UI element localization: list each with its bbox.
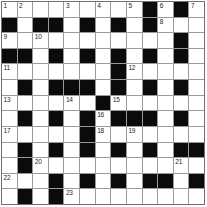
cell-r5c3[interactable] xyxy=(33,64,48,79)
cell-r9c9[interactable]: 19 xyxy=(127,127,142,142)
black-cell xyxy=(189,174,204,189)
black-cell xyxy=(143,80,158,95)
cell-r13c11[interactable] xyxy=(158,189,173,204)
cell-r6c13[interactable] xyxy=(189,80,204,95)
cell-r1c11[interactable]: 6 xyxy=(158,2,173,17)
cell-r9c10[interactable] xyxy=(143,127,158,142)
cell-r13c5[interactable]: 23 xyxy=(64,189,79,204)
cell-r11c12[interactable]: 21 xyxy=(174,158,189,173)
cell-r12c12[interactable] xyxy=(174,174,189,189)
clue-number: 10 xyxy=(35,33,42,41)
cell-r12c9[interactable] xyxy=(127,174,142,189)
black-cell xyxy=(18,189,33,204)
clue-number: 13 xyxy=(4,96,11,104)
cell-r1c3[interactable] xyxy=(33,2,48,17)
clue-number: 20 xyxy=(35,158,42,166)
cell-r2c7[interactable] xyxy=(96,18,111,33)
cell-r13c6[interactable] xyxy=(80,189,95,204)
cell-r2c11[interactable]: 8 xyxy=(158,18,173,33)
cell-r12c7[interactable] xyxy=(96,174,111,189)
clue-number: 3 xyxy=(66,2,69,10)
cell-r4c11[interactable] xyxy=(158,49,173,64)
cell-r7c6[interactable] xyxy=(80,96,95,111)
cell-r1c2[interactable]: 2 xyxy=(18,2,33,17)
cell-r3c1[interactable]: 9 xyxy=(2,33,17,48)
black-cell xyxy=(111,49,126,64)
cell-r7c13[interactable] xyxy=(189,96,204,111)
cell-r3c5[interactable] xyxy=(64,33,79,48)
cell-r4c9[interactable] xyxy=(127,49,142,64)
clue-number: 21 xyxy=(175,158,182,166)
cell-r6c9[interactable] xyxy=(127,80,142,95)
black-cell xyxy=(143,18,158,33)
cell-r13c10[interactable] xyxy=(143,189,158,204)
cell-r13c12[interactable] xyxy=(174,189,189,204)
cell-r10c11[interactable] xyxy=(158,143,173,158)
cell-r4c3[interactable] xyxy=(33,49,48,64)
black-cell xyxy=(174,80,189,95)
cell-r11c10[interactable] xyxy=(143,158,158,173)
black-cell xyxy=(49,80,64,95)
black-cell xyxy=(111,18,126,33)
black-cell xyxy=(174,2,189,17)
black-cell xyxy=(80,80,95,95)
clue-number: 4 xyxy=(97,2,100,10)
cell-r11c6[interactable] xyxy=(80,158,95,173)
black-cell xyxy=(143,174,158,189)
cell-r6c11[interactable] xyxy=(158,80,173,95)
cell-r7c5[interactable]: 14 xyxy=(64,96,79,111)
cell-r3c10[interactable] xyxy=(143,33,158,48)
cell-r7c2[interactable] xyxy=(18,96,33,111)
cell-r4c13[interactable] xyxy=(189,49,204,64)
cell-r7c9[interactable] xyxy=(127,96,142,111)
cell-r7c1[interactable]: 13 xyxy=(2,96,17,111)
cell-r2c9[interactable] xyxy=(127,18,142,33)
cell-r5c1[interactable]: 11 xyxy=(2,64,17,79)
black-cell xyxy=(2,18,17,33)
cell-r8c3[interactable] xyxy=(33,111,48,126)
black-cell xyxy=(33,18,48,33)
cell-r3c8[interactable] xyxy=(111,33,126,48)
cell-r11c13[interactable] xyxy=(189,158,204,173)
cell-r8c1[interactable] xyxy=(2,111,17,126)
black-cell xyxy=(18,111,33,126)
cell-r3c4[interactable] xyxy=(49,33,64,48)
cell-r9c11[interactable] xyxy=(158,127,173,142)
cell-r11c4[interactable] xyxy=(49,158,64,173)
black-cell xyxy=(49,143,64,158)
cell-r2c2[interactable] xyxy=(18,18,33,33)
black-cell xyxy=(2,49,17,64)
clue-number: 16 xyxy=(97,111,104,119)
cell-r2c5[interactable] xyxy=(64,18,79,33)
cell-r11c8[interactable] xyxy=(111,158,126,173)
black-cell xyxy=(80,174,95,189)
black-cell xyxy=(49,111,64,126)
cell-r5c9[interactable]: 12 xyxy=(127,64,142,79)
cell-r9c2[interactable] xyxy=(18,127,33,142)
clue-number: 22 xyxy=(4,174,11,182)
black-cell xyxy=(80,49,95,64)
black-cell xyxy=(174,49,189,64)
cell-r9c4[interactable] xyxy=(49,127,64,142)
clue-number: 5 xyxy=(128,2,131,10)
black-cell xyxy=(111,143,126,158)
clue-number: 9 xyxy=(4,33,7,41)
black-cell xyxy=(143,49,158,64)
cell-r7c12[interactable] xyxy=(174,96,189,111)
cell-r5c11[interactable] xyxy=(158,64,173,79)
cell-r13c1[interactable] xyxy=(2,189,17,204)
cell-r7c4[interactable] xyxy=(49,96,64,111)
cell-r3c6[interactable] xyxy=(80,33,95,48)
black-cell xyxy=(158,174,173,189)
cell-r12c5[interactable] xyxy=(64,174,79,189)
cell-r6c7[interactable] xyxy=(96,80,111,95)
cell-r6c1[interactable] xyxy=(2,80,17,95)
cell-r3c7[interactable] xyxy=(96,33,111,48)
cell-r1c1[interactable]: 1 xyxy=(2,2,17,17)
cell-r7c10[interactable] xyxy=(143,96,158,111)
clue-number: 12 xyxy=(128,64,135,72)
cell-r11c3[interactable]: 20 xyxy=(33,158,48,173)
cell-r3c2[interactable] xyxy=(18,33,33,48)
cell-r9c1[interactable]: 17 xyxy=(2,127,17,142)
clue-number: 11 xyxy=(4,64,10,72)
black-cell xyxy=(80,127,95,142)
cell-r5c4[interactable] xyxy=(49,64,64,79)
cell-r5c2[interactable] xyxy=(18,64,33,79)
cell-r3c9[interactable] xyxy=(127,33,142,48)
black-cell xyxy=(143,2,158,17)
cell-r11c5[interactable] xyxy=(64,158,79,173)
black-cell xyxy=(96,96,111,111)
clue-number: 14 xyxy=(66,96,73,104)
cell-r4c7[interactable] xyxy=(96,49,111,64)
cell-r8c11[interactable] xyxy=(158,111,173,126)
cell-r9c8[interactable] xyxy=(111,127,126,142)
cell-r3c13[interactable] xyxy=(189,33,204,48)
cell-r5c13[interactable] xyxy=(189,64,204,79)
cell-r5c12[interactable] xyxy=(174,64,189,79)
black-cell xyxy=(111,80,126,95)
cell-r2c13[interactable] xyxy=(189,18,204,33)
black-cell xyxy=(111,174,126,189)
cell-r7c3[interactable] xyxy=(33,96,48,111)
clue-number: 7 xyxy=(191,2,194,10)
cell-r1c4[interactable] xyxy=(49,2,64,17)
cell-r1c5[interactable]: 3 xyxy=(64,2,79,17)
clue-number: 8 xyxy=(160,18,163,26)
cell-r9c7[interactable]: 18 xyxy=(96,127,111,142)
black-cell xyxy=(127,111,142,126)
clue-number: 6 xyxy=(160,2,163,10)
cell-r8c5[interactable] xyxy=(64,111,79,126)
cell-r1c7[interactable]: 4 xyxy=(96,2,111,17)
black-cell xyxy=(111,111,126,126)
clue-number: 15 xyxy=(113,96,120,104)
cell-r2c12[interactable] xyxy=(174,18,189,33)
crossword-grid: 1234567891011121314151617181920212223 xyxy=(1,1,205,205)
black-cell xyxy=(80,18,95,33)
cell-r4c5[interactable] xyxy=(64,49,79,64)
cell-r7c8[interactable]: 15 xyxy=(111,96,126,111)
cell-r9c3[interactable] xyxy=(33,127,48,142)
cell-r1c6[interactable] xyxy=(80,2,95,17)
black-cell xyxy=(64,80,79,95)
cell-r6c3[interactable] xyxy=(33,80,48,95)
cell-r13c7[interactable] xyxy=(96,189,111,204)
clue-number: 23 xyxy=(66,189,73,197)
black-cell xyxy=(189,143,204,158)
black-cell xyxy=(174,111,189,126)
clue-number: 19 xyxy=(128,127,135,135)
cell-r1c13[interactable]: 7 xyxy=(189,2,204,17)
cell-r1c8[interactable] xyxy=(111,2,126,17)
cell-r5c6[interactable] xyxy=(80,64,95,79)
black-cell xyxy=(111,64,126,79)
cell-r3c3[interactable]: 10 xyxy=(33,33,48,48)
black-cell xyxy=(143,143,158,158)
black-cell xyxy=(18,143,33,158)
cell-r12c3[interactable] xyxy=(33,174,48,189)
black-cell xyxy=(49,18,64,33)
black-cell xyxy=(18,49,33,64)
cell-r7c11[interactable] xyxy=(158,96,173,111)
cell-r13c8[interactable] xyxy=(111,189,126,204)
cell-r11c7[interactable] xyxy=(96,158,111,173)
cell-r10c1[interactable] xyxy=(2,143,17,158)
black-cell xyxy=(18,158,33,173)
black-cell xyxy=(18,80,33,95)
black-cell xyxy=(49,174,64,189)
cell-r1c9[interactable]: 5 xyxy=(127,2,142,17)
cell-r13c13[interactable] xyxy=(189,189,204,204)
cell-r9c13[interactable] xyxy=(189,127,204,142)
crossword-board: 1234567891011121314151617181920212223 xyxy=(0,0,207,207)
clue-number: 17 xyxy=(4,127,11,135)
cell-r9c12[interactable] xyxy=(174,127,189,142)
cell-r8c7[interactable]: 16 xyxy=(96,111,111,126)
black-cell xyxy=(174,33,189,48)
clue-number: 1 xyxy=(4,2,7,10)
black-cell xyxy=(174,143,189,158)
cell-r12c2[interactable] xyxy=(18,174,33,189)
cell-r13c9[interactable] xyxy=(127,189,142,204)
cell-r8c13[interactable] xyxy=(189,111,204,126)
cell-r13c3[interactable] xyxy=(33,189,48,204)
cell-r5c7[interactable] xyxy=(96,64,111,79)
cell-r9c5[interactable] xyxy=(64,127,79,142)
cell-r12c1[interactable]: 22 xyxy=(2,174,17,189)
cell-r5c10[interactable] xyxy=(143,64,158,79)
clue-number: 18 xyxy=(97,127,104,135)
black-cell xyxy=(143,111,158,126)
black-cell xyxy=(49,49,64,64)
cell-r11c1[interactable] xyxy=(2,158,17,173)
black-cell xyxy=(49,189,64,204)
cell-r10c3[interactable] xyxy=(33,143,48,158)
cell-r5c5[interactable] xyxy=(64,64,79,79)
cell-r11c9[interactable] xyxy=(127,158,142,173)
black-cell xyxy=(80,111,95,126)
cell-r3c11[interactable] xyxy=(158,33,173,48)
cell-r10c5[interactable] xyxy=(64,143,79,158)
cell-r11c11[interactable] xyxy=(158,158,173,173)
cell-r10c9[interactable] xyxy=(127,143,142,158)
black-cell xyxy=(80,143,95,158)
clue-number: 2 xyxy=(19,2,22,10)
cell-r10c7[interactable] xyxy=(96,143,111,158)
